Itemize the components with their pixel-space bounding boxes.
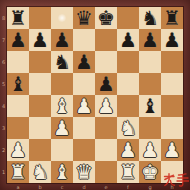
square-c6[interactable]: ♞ xyxy=(51,51,73,73)
square-b3[interactable] xyxy=(29,117,51,139)
square-c8[interactable] xyxy=(51,7,73,29)
black-pawn[interactable]: ♟ xyxy=(75,52,93,72)
file-label-g: g xyxy=(139,184,161,190)
white-queen[interactable]: ♛ xyxy=(75,162,93,182)
rank-label-4: 4 xyxy=(0,103,7,109)
square-a2[interactable]: ♟ xyxy=(7,139,29,161)
square-g2[interactable]: ♟ xyxy=(139,139,161,161)
square-b8[interactable] xyxy=(29,7,51,29)
square-b7[interactable]: ♟ xyxy=(29,29,51,51)
square-h3[interactable] xyxy=(161,117,183,139)
square-b2[interactable] xyxy=(29,139,51,161)
square-a4[interactable] xyxy=(7,95,29,117)
rank-label-3: 3 xyxy=(0,125,7,131)
square-e6[interactable] xyxy=(95,51,117,73)
file-label-a: a xyxy=(7,184,29,190)
square-e7[interactable] xyxy=(95,29,117,51)
black-pawn[interactable]: ♟ xyxy=(9,30,27,50)
square-e2[interactable] xyxy=(95,139,117,161)
file-label-f: f xyxy=(117,184,139,190)
square-f2[interactable]: ♟ xyxy=(117,139,139,161)
square-h4[interactable] xyxy=(161,95,183,117)
black-knight[interactable]: ♞ xyxy=(53,52,71,72)
rank-label-7: 7 xyxy=(0,37,7,43)
square-h7[interactable]: ♟ xyxy=(161,29,183,51)
square-d7[interactable] xyxy=(73,29,95,51)
square-a1[interactable]: ♜ xyxy=(7,161,29,183)
black-pawn[interactable]: ♟ xyxy=(119,30,137,50)
square-b6[interactable] xyxy=(29,51,51,73)
rank-label-5: 5 xyxy=(0,81,7,87)
black-bishop[interactable]: ♝ xyxy=(9,74,27,94)
white-pawn[interactable]: ♟ xyxy=(119,140,137,160)
square-e4[interactable]: ♟ xyxy=(95,95,117,117)
square-e3[interactable] xyxy=(95,117,117,139)
square-f5[interactable] xyxy=(117,73,139,95)
square-a7[interactable]: ♟ xyxy=(7,29,29,51)
white-pawn[interactable]: ♟ xyxy=(97,96,115,116)
rank-label-6: 6 xyxy=(0,59,7,65)
square-a3[interactable] xyxy=(7,117,29,139)
square-g7[interactable]: ♟ xyxy=(139,29,161,51)
black-pawn[interactable]: ♟ xyxy=(141,30,159,50)
square-f4[interactable] xyxy=(117,95,139,117)
square-g5[interactable] xyxy=(139,73,161,95)
square-a8[interactable]: ♜ xyxy=(7,7,29,29)
square-a6[interactable] xyxy=(7,51,29,73)
square-b1[interactable]: ♞ xyxy=(29,161,51,183)
white-pawn[interactable]: ♟ xyxy=(163,140,181,160)
white-pawn[interactable]: ♟ xyxy=(141,140,159,160)
file-label-b: b xyxy=(29,184,51,190)
square-h5[interactable] xyxy=(161,73,183,95)
white-rook[interactable]: ♜ xyxy=(9,162,27,182)
square-c7[interactable]: ♟ xyxy=(51,29,73,51)
square-e5[interactable]: ♟ xyxy=(95,73,117,95)
square-f7[interactable]: ♟ xyxy=(117,29,139,51)
black-rook[interactable]: ♜ xyxy=(163,8,181,28)
square-h6[interactable] xyxy=(161,51,183,73)
black-pawn[interactable]: ♟ xyxy=(31,30,49,50)
square-g6[interactable] xyxy=(139,51,161,73)
square-b5[interactable] xyxy=(29,73,51,95)
black-pawn[interactable]: ♟ xyxy=(163,30,181,50)
white-bishop[interactable]: ♝ xyxy=(53,162,71,182)
black-queen[interactable]: ♛ xyxy=(75,8,93,28)
white-bishop[interactable]: ♝ xyxy=(53,96,71,116)
square-c5[interactable] xyxy=(51,73,73,95)
white-king[interactable]: ♚ xyxy=(141,162,159,182)
black-bishop[interactable]: ♝ xyxy=(141,96,159,116)
square-d2[interactable] xyxy=(73,139,95,161)
chess-board: ♜♛♚♞♜♟♟♟♟♟♟♞♟♝♟♝♟♟♝♟♞♟♟♟♟♜♞♝♛♜♚ xyxy=(7,7,183,183)
black-pawn[interactable]: ♟ xyxy=(53,30,71,50)
black-pawn[interactable]: ♟ xyxy=(97,74,115,94)
square-c2[interactable] xyxy=(51,139,73,161)
square-g8[interactable]: ♞ xyxy=(139,7,161,29)
square-g1[interactable]: ♚ xyxy=(139,161,161,183)
square-h8[interactable]: ♜ xyxy=(161,7,183,29)
sparkle-marker xyxy=(58,14,66,22)
file-label-c: c xyxy=(51,184,73,190)
square-d8[interactable]: ♛ xyxy=(73,7,95,29)
square-f6[interactable] xyxy=(117,51,139,73)
file-label-e: e xyxy=(95,184,117,190)
square-e8[interactable]: ♚ xyxy=(95,7,117,29)
square-g3[interactable] xyxy=(139,117,161,139)
square-g4[interactable]: ♝ xyxy=(139,95,161,117)
square-f3[interactable]: ♞ xyxy=(117,117,139,139)
white-pawn[interactable]: ♟ xyxy=(9,140,27,160)
square-d6[interactable]: ♟ xyxy=(73,51,95,73)
white-pawn[interactable]: ♟ xyxy=(75,96,93,116)
square-c4[interactable]: ♝ xyxy=(51,95,73,117)
watermark xyxy=(163,173,189,187)
black-rook[interactable]: ♜ xyxy=(9,8,27,28)
square-c3[interactable]: ♟ xyxy=(51,117,73,139)
rank-label-2: 2 xyxy=(0,147,7,153)
square-d5[interactable] xyxy=(73,73,95,95)
white-knight[interactable]: ♞ xyxy=(119,118,137,138)
square-d3[interactable] xyxy=(73,117,95,139)
file-label-d: d xyxy=(73,184,95,190)
square-a5[interactable]: ♝ xyxy=(7,73,29,95)
square-h2[interactable]: ♟ xyxy=(161,139,183,161)
rank-label-8: 8 xyxy=(0,15,7,21)
black-king[interactable]: ♚ xyxy=(97,8,115,28)
board-frame: ♜♛♚♞♜♟♟♟♟♟♟♞♟♝♟♝♟♟♝♟♞♟♟♟♟♜♞♝♛♜♚ 87654321… xyxy=(0,0,190,190)
square-e1[interactable] xyxy=(95,161,117,183)
square-b4[interactable] xyxy=(29,95,51,117)
rank-label-1: 1 xyxy=(0,169,7,175)
square-f8[interactable] xyxy=(117,7,139,29)
square-c1[interactable]: ♝ xyxy=(51,161,73,183)
square-f1[interactable]: ♜ xyxy=(117,161,139,183)
white-rook[interactable]: ♜ xyxy=(119,162,137,182)
white-pawn[interactable]: ♟ xyxy=(53,118,71,138)
white-knight[interactable]: ♞ xyxy=(31,162,49,182)
square-d1[interactable]: ♛ xyxy=(73,161,95,183)
black-knight[interactable]: ♞ xyxy=(141,8,159,28)
square-d4[interactable]: ♟ xyxy=(73,95,95,117)
